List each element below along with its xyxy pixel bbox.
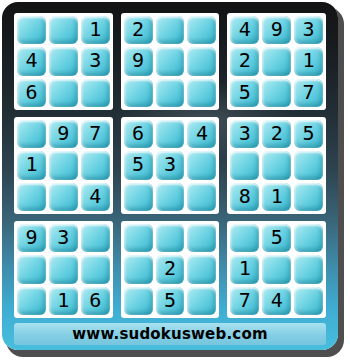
cell-r7-c3[interactable] — [81, 224, 110, 252]
given-digit: 4 — [25, 50, 37, 70]
given-digit: 9 — [132, 50, 144, 70]
website-link[interactable]: www.sudokusweb.com — [72, 325, 267, 343]
cell-r5-c6[interactable] — [187, 151, 216, 179]
cell-r5-c3[interactable] — [81, 151, 110, 179]
given-digit: 1 — [57, 290, 69, 310]
cell-r6-c1[interactable] — [17, 183, 46, 211]
band-3: 9316255174 — [14, 221, 326, 318]
box-r3-c2: 25 — [121, 221, 220, 318]
cell-r9-c4[interactable] — [124, 287, 153, 315]
cell-r8-c8[interactable] — [262, 255, 291, 283]
given-digit: 1 — [271, 186, 283, 206]
cell-r2-c7[interactable]: 2 — [230, 47, 259, 75]
cell-r6-c2[interactable] — [49, 183, 78, 211]
cell-r5-c4[interactable]: 5 — [124, 151, 153, 179]
cell-r4-c9[interactable]: 5 — [294, 120, 323, 148]
band-1: 1436294932157 — [14, 13, 326, 110]
given-digit: 3 — [303, 19, 315, 39]
box-r2-c1: 9714 — [14, 117, 113, 214]
cell-r4-c2[interactable]: 9 — [49, 120, 78, 148]
given-digit: 8 — [239, 186, 251, 206]
cell-r6-c4[interactable] — [124, 183, 153, 211]
cell-r8-c1[interactable] — [17, 255, 46, 283]
cell-r1-c1[interactable] — [17, 16, 46, 44]
cell-r1-c5[interactable] — [156, 16, 185, 44]
cell-r2-c3[interactable]: 3 — [81, 47, 110, 75]
given-digit: 5 — [303, 123, 315, 143]
cell-r3-c2[interactable] — [49, 79, 78, 107]
cell-r8-c2[interactable] — [49, 255, 78, 283]
cell-r7-c7[interactable] — [230, 224, 259, 252]
cell-r3-c9[interactable]: 7 — [294, 79, 323, 107]
cell-r9-c5[interactable]: 5 — [156, 287, 185, 315]
box-r3-c3: 5174 — [227, 221, 326, 318]
cell-r1-c6[interactable] — [187, 16, 216, 44]
cell-r1-c7[interactable]: 4 — [230, 16, 259, 44]
cell-r8-c3[interactable] — [81, 255, 110, 283]
cell-r7-c8[interactable]: 5 — [262, 224, 291, 252]
band-2: 9714645332581 — [14, 117, 326, 214]
cell-r8-c9[interactable] — [294, 255, 323, 283]
cell-r1-c4[interactable]: 2 — [124, 16, 153, 44]
cell-r4-c6[interactable]: 4 — [187, 120, 216, 148]
given-digit: 7 — [89, 123, 101, 143]
cell-r5-c9[interactable] — [294, 151, 323, 179]
given-digit: 3 — [164, 154, 176, 174]
cell-r8-c4[interactable] — [124, 255, 153, 283]
given-digit: 2 — [132, 19, 144, 39]
given-digit: 1 — [89, 19, 101, 39]
cell-r7-c2[interactable]: 3 — [49, 224, 78, 252]
cell-r8-c7[interactable]: 1 — [230, 255, 259, 283]
cell-r1-c3[interactable]: 1 — [81, 16, 110, 44]
given-digit: 2 — [239, 50, 251, 70]
given-digit: 1 — [239, 258, 251, 278]
cell-r2-c4[interactable]: 9 — [124, 47, 153, 75]
given-digit: 7 — [239, 290, 251, 310]
cell-r5-c7[interactable] — [230, 151, 259, 179]
given-digit: 2 — [164, 258, 176, 278]
cell-r7-c6[interactable] — [187, 224, 216, 252]
cell-r4-c4[interactable]: 6 — [124, 120, 153, 148]
cell-r5-c5[interactable]: 3 — [156, 151, 185, 179]
cell-r5-c2[interactable] — [49, 151, 78, 179]
cell-r3-c1[interactable]: 6 — [17, 79, 46, 107]
given-digit: 7 — [303, 82, 315, 102]
sudoku-grid: 143629493215797146453325819316255174 — [14, 13, 326, 318]
given-digit: 6 — [25, 82, 37, 102]
cell-r1-c9[interactable]: 3 — [294, 16, 323, 44]
cell-r7-c4[interactable] — [124, 224, 153, 252]
given-digit: 1 — [303, 50, 315, 70]
cell-r9-c9[interactable] — [294, 287, 323, 315]
given-digit: 3 — [89, 50, 101, 70]
given-digit: 5 — [271, 227, 283, 247]
given-digit: 1 — [25, 154, 37, 174]
given-digit: 2 — [271, 123, 283, 143]
given-digit: 5 — [239, 82, 251, 102]
given-digit: 6 — [89, 290, 101, 310]
cell-r4-c7[interactable]: 3 — [230, 120, 259, 148]
cell-r4-c1[interactable] — [17, 120, 46, 148]
cell-r7-c9[interactable] — [294, 224, 323, 252]
cell-r3-c6[interactable] — [187, 79, 216, 107]
cell-r1-c2[interactable] — [49, 16, 78, 44]
cell-r6-c6[interactable] — [187, 183, 216, 211]
cell-r9-c2[interactable]: 1 — [49, 287, 78, 315]
given-digit: 4 — [271, 290, 283, 310]
cell-r9-c6[interactable] — [187, 287, 216, 315]
cell-r3-c7[interactable]: 5 — [230, 79, 259, 107]
cell-r6-c7[interactable]: 8 — [230, 183, 259, 211]
cell-r6-c3[interactable]: 4 — [81, 183, 110, 211]
given-digit: 6 — [132, 123, 144, 143]
cell-r4-c5[interactable] — [156, 120, 185, 148]
cell-r4-c8[interactable]: 2 — [262, 120, 291, 148]
given-digit: 3 — [57, 227, 69, 247]
cell-r6-c9[interactable] — [294, 183, 323, 211]
page: 143629493215797146453325819316255174 www… — [0, 0, 350, 360]
given-digit: 4 — [89, 186, 101, 206]
cell-r3-c3[interactable] — [81, 79, 110, 107]
cell-r8-c6[interactable] — [187, 255, 216, 283]
box-r1-c3: 4932157 — [227, 13, 326, 110]
cell-r7-c1[interactable]: 9 — [17, 224, 46, 252]
box-r1-c2: 29 — [121, 13, 220, 110]
given-digit: 5 — [132, 154, 144, 174]
given-digit: 4 — [239, 19, 251, 39]
given-digit: 4 — [196, 123, 208, 143]
given-digit: 3 — [239, 123, 251, 143]
cell-r2-c1[interactable]: 4 — [17, 47, 46, 75]
cell-r9-c3[interactable]: 6 — [81, 287, 110, 315]
cell-r5-c8[interactable] — [262, 151, 291, 179]
box-r2-c3: 32581 — [227, 117, 326, 214]
given-digit: 5 — [164, 290, 176, 310]
cell-r9-c8[interactable]: 4 — [262, 287, 291, 315]
cell-r6-c8[interactable]: 1 — [262, 183, 291, 211]
given-digit: 9 — [57, 123, 69, 143]
cell-r9-c1[interactable] — [17, 287, 46, 315]
given-digit: 9 — [25, 227, 37, 247]
cell-r4-c3[interactable]: 7 — [81, 120, 110, 148]
cell-r2-c8[interactable] — [262, 47, 291, 75]
box-r1-c1: 1436 — [14, 13, 113, 110]
cell-r6-c5[interactable] — [156, 183, 185, 211]
cell-r3-c5[interactable] — [156, 79, 185, 107]
cell-r5-c1[interactable]: 1 — [17, 151, 46, 179]
cell-r9-c7[interactable]: 7 — [230, 287, 259, 315]
cell-r8-c5[interactable]: 2 — [156, 255, 185, 283]
cell-r2-c6[interactable] — [187, 47, 216, 75]
given-digit: 9 — [271, 19, 283, 39]
sudoku-board-card: 143629493215797146453325819316255174 www… — [2, 2, 338, 350]
box-r3-c1: 9316 — [14, 221, 113, 318]
footer-bar: www.sudokusweb.com — [14, 323, 326, 345]
cell-r3-c4[interactable] — [124, 79, 153, 107]
cell-r2-c5[interactable] — [156, 47, 185, 75]
cell-r2-c9[interactable]: 1 — [294, 47, 323, 75]
cell-r1-c8[interactable]: 9 — [262, 16, 291, 44]
cell-r2-c2[interactable] — [49, 47, 78, 75]
cell-r7-c5[interactable] — [156, 224, 185, 252]
cell-r3-c8[interactable] — [262, 79, 291, 107]
box-r2-c2: 6453 — [121, 117, 220, 214]
